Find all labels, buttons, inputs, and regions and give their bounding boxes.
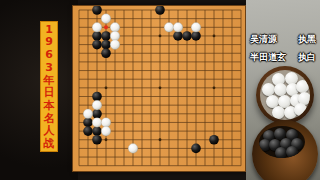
white-stone bbox=[92, 100, 102, 110]
black-stone bbox=[83, 126, 93, 136]
white-stone bbox=[110, 31, 120, 41]
thumbnail-stage: 1963年日本名人战 吴清源 执黑 半田道玄 bbox=[0, 0, 320, 180]
black-stone bbox=[83, 118, 93, 128]
white-stone bbox=[101, 118, 111, 128]
black-stone bbox=[155, 6, 165, 15]
white-stone bbox=[83, 109, 93, 119]
banner-char: 人 bbox=[44, 125, 55, 136]
black-stone bbox=[182, 31, 192, 41]
black-stone bbox=[191, 144, 201, 154]
black-stone bbox=[92, 92, 102, 102]
black-stone bbox=[92, 31, 102, 41]
black-stone bbox=[92, 6, 102, 15]
black-player-row: 吴清源 执黑 bbox=[250, 33, 316, 46]
white-stone bbox=[110, 23, 120, 33]
players-caption: 吴清源 执黑 半田道玄 执白 bbox=[250, 33, 316, 69]
black-stone bbox=[191, 31, 201, 41]
black-stone bbox=[101, 40, 111, 50]
dark-backdrop bbox=[0, 0, 78, 180]
go-board bbox=[72, 5, 246, 172]
white-player-role: 执白 bbox=[298, 51, 316, 64]
white-stone-bowl bbox=[256, 66, 314, 124]
right-panel: 吴清源 执黑 半田道玄 执白 bbox=[246, 0, 320, 180]
banner-char: 1 bbox=[45, 24, 53, 35]
black-stone-bowl bbox=[252, 120, 318, 180]
black-stone bbox=[92, 109, 102, 119]
banner-char: 6 bbox=[45, 49, 53, 60]
black-stone-tray bbox=[259, 126, 305, 158]
white-stone bbox=[191, 23, 201, 33]
white-stone bbox=[92, 23, 102, 33]
banner-char: 战 bbox=[44, 138, 55, 149]
white-stone bbox=[164, 23, 174, 33]
tournament-banner: 1963年日本名人战 bbox=[40, 21, 58, 152]
black-player-name: 吴清源 bbox=[250, 33, 277, 46]
banner-char: 3 bbox=[45, 62, 53, 73]
white-stone bbox=[92, 118, 102, 128]
go-board-svg bbox=[73, 6, 245, 171]
black-stone bbox=[101, 31, 111, 41]
black-stone bbox=[92, 135, 102, 145]
white-stone bbox=[173, 23, 183, 33]
black-stone bbox=[92, 40, 102, 50]
black-player-role: 执黑 bbox=[298, 33, 316, 46]
bowl-white-stone bbox=[294, 103, 307, 116]
bowl-black-stone bbox=[286, 146, 298, 158]
white-stone bbox=[128, 144, 138, 154]
banner-char: 本 bbox=[44, 100, 55, 111]
white-stone-tray bbox=[260, 70, 310, 120]
black-stone bbox=[92, 126, 102, 136]
black-stone bbox=[173, 31, 183, 41]
banner-char: 年 bbox=[44, 75, 55, 86]
last-move-marker bbox=[104, 25, 108, 29]
banner-char: 名 bbox=[44, 113, 55, 124]
white-player-row: 半田道玄 执白 bbox=[250, 51, 316, 64]
white-stone bbox=[110, 40, 120, 50]
white-stone bbox=[101, 14, 111, 24]
white-stone bbox=[101, 126, 111, 136]
white-player-name: 半田道玄 bbox=[250, 51, 286, 64]
banner-char: 9 bbox=[45, 36, 53, 47]
bowl-white-stone bbox=[296, 80, 309, 93]
black-stone bbox=[101, 48, 111, 58]
banner-char: 日 bbox=[44, 87, 55, 98]
black-stone bbox=[209, 135, 219, 145]
